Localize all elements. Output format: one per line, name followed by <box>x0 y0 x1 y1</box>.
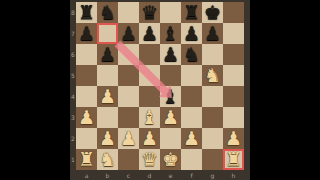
square-c6[interactable] <box>118 44 139 65</box>
square-f7[interactable]: ♟ <box>181 23 202 44</box>
square-g1[interactable] <box>202 149 223 170</box>
square-b1[interactable]: ♞ <box>97 149 118 170</box>
square-a3[interactable]: ♟ <box>76 107 97 128</box>
square-b3[interactable] <box>97 107 118 128</box>
black-queen[interactable]: ♛ <box>141 2 158 23</box>
square-b4[interactable]: ♟ <box>97 86 118 107</box>
square-d3[interactable]: ♝ <box>139 107 160 128</box>
square-h2[interactable]: ♟ <box>223 128 244 149</box>
square-c1[interactable] <box>118 149 139 170</box>
square-g7[interactable]: ♟ <box>202 23 223 44</box>
black-pawn[interactable]: ♟ <box>99 44 116 65</box>
square-c8[interactable] <box>118 2 139 23</box>
black-bishop[interactable]: ♝ <box>162 86 179 107</box>
file-label-a: a <box>76 172 97 179</box>
black-pawn[interactable]: ♟ <box>183 23 200 44</box>
white-pawn[interactable]: ♟ <box>183 128 200 149</box>
square-d2[interactable]: ♟ <box>139 128 160 149</box>
black-rook[interactable]: ♜ <box>183 2 200 23</box>
white-rook[interactable]: ♜ <box>78 149 95 170</box>
white-knight[interactable]: ♞ <box>99 149 116 170</box>
square-e8[interactable] <box>160 2 181 23</box>
black-pawn[interactable]: ♟ <box>204 23 221 44</box>
white-pawn[interactable]: ♟ <box>120 128 137 149</box>
black-pawn[interactable]: ♟ <box>120 23 137 44</box>
white-queen[interactable]: ♛ <box>141 149 158 170</box>
black-pawn[interactable]: ♟ <box>78 23 95 44</box>
square-a8[interactable]: ♜ <box>76 2 97 23</box>
white-rook[interactable]: ♜ <box>225 149 242 170</box>
square-b8[interactable]: ♞ <box>97 2 118 23</box>
square-c3[interactable] <box>118 107 139 128</box>
square-a6[interactable] <box>76 44 97 65</box>
square-f5[interactable] <box>181 65 202 86</box>
board-squares: ♜♞♛♜♚♟♟♟♝♟♟♟♟♞♞♟♝♟♝♟♟♟♟♟♟♜♞♛♚♜ <box>76 2 244 170</box>
square-a1[interactable]: ♜ <box>76 149 97 170</box>
square-a7[interactable]: ♟ <box>76 23 97 44</box>
square-g4[interactable] <box>202 86 223 107</box>
file-label-b: b <box>97 172 118 179</box>
white-knight[interactable]: ♞ <box>204 65 221 86</box>
square-f6[interactable]: ♞ <box>181 44 202 65</box>
white-pawn[interactable]: ♟ <box>99 86 116 107</box>
square-h3[interactable] <box>223 107 244 128</box>
rank-label-6: 6 <box>70 44 76 65</box>
square-g2[interactable] <box>202 128 223 149</box>
file-label-c: c <box>118 172 139 179</box>
square-h5[interactable] <box>223 65 244 86</box>
pillarbox-right <box>250 0 320 180</box>
white-pawn[interactable]: ♟ <box>162 107 179 128</box>
rank-label-7: 7 <box>70 23 76 44</box>
black-knight[interactable]: ♞ <box>183 44 200 65</box>
square-d7[interactable]: ♟ <box>139 23 160 44</box>
file-label-d: d <box>139 172 160 179</box>
square-d4[interactable] <box>139 86 160 107</box>
chess-board: ♜♞♛♜♚♟♟♟♝♟♟♟♟♞♞♟♝♟♝♟♟♟♟♟♟♜♞♛♚♜ 87654321 … <box>70 0 250 180</box>
rank-label-2: 2 <box>70 128 76 149</box>
square-g5[interactable]: ♞ <box>202 65 223 86</box>
square-g3[interactable] <box>202 107 223 128</box>
file-label-e: e <box>160 172 181 179</box>
white-pawn[interactable]: ♟ <box>225 128 242 149</box>
square-c4[interactable] <box>118 86 139 107</box>
square-c2[interactable]: ♟ <box>118 128 139 149</box>
square-e6[interactable]: ♟ <box>160 44 181 65</box>
square-f1[interactable] <box>181 149 202 170</box>
square-h7[interactable] <box>223 23 244 44</box>
square-h8[interactable] <box>223 2 244 23</box>
square-c5[interactable] <box>118 65 139 86</box>
square-a5[interactable] <box>76 65 97 86</box>
rank-label-8: 8 <box>70 2 76 23</box>
file-label-h: h <box>223 172 244 179</box>
square-f8[interactable]: ♜ <box>181 2 202 23</box>
rank-label-4: 4 <box>70 86 76 107</box>
black-bishop[interactable]: ♝ <box>162 23 179 44</box>
white-pawn[interactable]: ♟ <box>78 107 95 128</box>
square-b2[interactable]: ♟ <box>97 128 118 149</box>
square-b6[interactable]: ♟ <box>97 44 118 65</box>
square-f4[interactable] <box>181 86 202 107</box>
file-label-g: g <box>202 172 223 179</box>
square-b5[interactable] <box>97 65 118 86</box>
rank-label-1: 1 <box>70 149 76 170</box>
video-stage: ♜♞♛♜♚♟♟♟♝♟♟♟♟♞♞♟♝♟♝♟♟♟♟♟♟♜♞♛♚♜ 87654321 … <box>0 0 320 180</box>
square-f2[interactable]: ♟ <box>181 128 202 149</box>
square-b7[interactable] <box>97 23 118 44</box>
square-e1[interactable]: ♚ <box>160 149 181 170</box>
rank-label-3: 3 <box>70 107 76 128</box>
square-h4[interactable] <box>223 86 244 107</box>
square-d5[interactable] <box>139 65 160 86</box>
square-a4[interactable] <box>76 86 97 107</box>
file-label-f: f <box>181 172 202 179</box>
white-bishop[interactable]: ♝ <box>141 107 158 128</box>
black-rook[interactable]: ♜ <box>78 2 95 23</box>
black-pawn[interactable]: ♟ <box>141 23 158 44</box>
square-h6[interactable] <box>223 44 244 65</box>
square-e3[interactable]: ♟ <box>160 107 181 128</box>
square-g6[interactable] <box>202 44 223 65</box>
black-king[interactable]: ♚ <box>204 2 221 23</box>
square-h1[interactable]: ♜ <box>223 149 244 170</box>
white-pawn[interactable]: ♟ <box>141 128 158 149</box>
square-a2[interactable] <box>76 128 97 149</box>
square-c7[interactable]: ♟ <box>118 23 139 44</box>
square-g8[interactable]: ♚ <box>202 2 223 23</box>
black-pawn[interactable]: ♟ <box>162 44 179 65</box>
square-f3[interactable] <box>181 107 202 128</box>
pillarbox-left <box>0 0 70 180</box>
square-e7[interactable]: ♝ <box>160 23 181 44</box>
square-e5[interactable] <box>160 65 181 86</box>
white-pawn[interactable]: ♟ <box>99 128 116 149</box>
square-e4[interactable]: ♝ <box>160 86 181 107</box>
black-knight[interactable]: ♞ <box>99 2 116 23</box>
rank-label-5: 5 <box>70 65 76 86</box>
square-e2[interactable] <box>160 128 181 149</box>
square-d6[interactable] <box>139 44 160 65</box>
square-d8[interactable]: ♛ <box>139 2 160 23</box>
white-king[interactable]: ♚ <box>162 149 179 170</box>
square-d1[interactable]: ♛ <box>139 149 160 170</box>
